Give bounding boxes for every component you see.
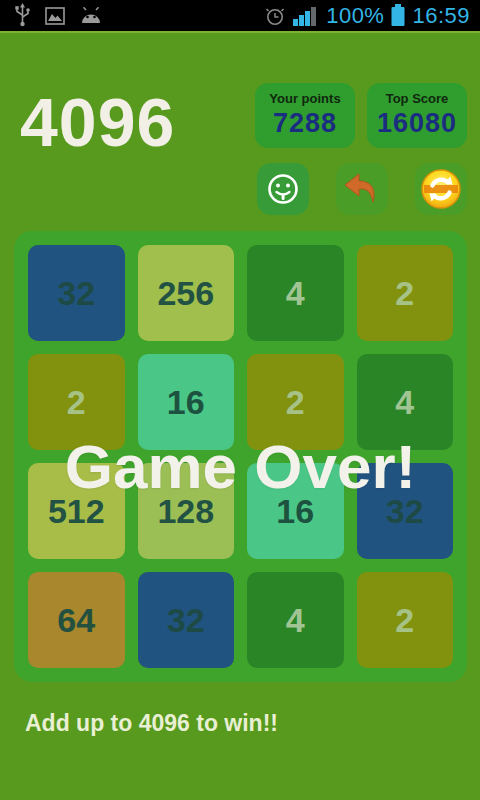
tile-64: 64 xyxy=(28,572,125,668)
smiley-icon xyxy=(265,171,301,207)
tile-2: 2 xyxy=(247,354,344,450)
top-score-badge: Top Score 16080 xyxy=(367,83,467,148)
undo-arrow-icon xyxy=(343,172,381,206)
tile-128: 128 xyxy=(138,463,235,559)
clock-time: 16:59 xyxy=(412,3,470,29)
toolbar xyxy=(257,163,467,215)
signal-icon xyxy=(293,6,319,26)
points-label: Your points xyxy=(263,91,347,106)
header: 4096 Your points 7288 Top Score 16080 xyxy=(20,83,467,215)
battery-icon xyxy=(391,4,405,27)
alarm-icon xyxy=(264,5,286,27)
restart-button[interactable] xyxy=(415,163,467,215)
battery-percent: 100% xyxy=(326,3,384,29)
tile-4: 4 xyxy=(357,354,454,450)
gallery-icon xyxy=(45,7,65,25)
board-wrap: 3225642216245121281632643242 Game Over! xyxy=(14,231,467,682)
tile-2: 2 xyxy=(28,354,125,450)
tile-4: 4 xyxy=(247,572,344,668)
usb-icon xyxy=(14,3,31,28)
tile-16: 16 xyxy=(247,463,344,559)
tile-32: 32 xyxy=(357,463,454,559)
tile-512: 512 xyxy=(28,463,125,559)
undo-button[interactable] xyxy=(336,163,388,215)
top-score-label: Top Score xyxy=(375,91,459,106)
tile-32: 32 xyxy=(138,572,235,668)
points-value: 7288 xyxy=(263,108,347,139)
refresh-icon xyxy=(419,167,463,211)
tile-2: 2 xyxy=(357,245,454,341)
status-bar[interactable]: 100% 16:59 xyxy=(0,0,480,33)
tile-4: 4 xyxy=(247,245,344,341)
tile-256: 256 xyxy=(138,245,235,341)
board[interactable]: 3225642216245121281632643242 xyxy=(14,231,467,682)
top-score-value: 16080 xyxy=(375,108,459,139)
smiley-button[interactable] xyxy=(257,163,309,215)
tile-32: 32 xyxy=(28,245,125,341)
android-icon xyxy=(79,7,103,24)
points-badge: Your points 7288 xyxy=(255,83,355,148)
tile-16: 16 xyxy=(138,354,235,450)
tile-2: 2 xyxy=(357,572,454,668)
goal-hint: Add up to 4096 to win!! xyxy=(25,710,480,737)
app-title: 4096 xyxy=(20,87,175,158)
